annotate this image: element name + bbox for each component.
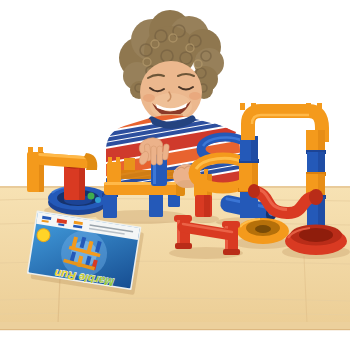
left-tower-column xyxy=(238,136,259,218)
teal-marble xyxy=(95,197,101,203)
marble-run-photo: Marble Run xyxy=(0,0,350,350)
right-cheek-blush xyxy=(189,92,201,100)
orange-funnel-bowl xyxy=(237,218,289,244)
photo-stage: Marble Run xyxy=(0,0,350,350)
green-marble xyxy=(88,193,95,200)
table-front-edge xyxy=(0,322,350,330)
face xyxy=(140,61,202,123)
back-orange-post xyxy=(124,158,135,172)
left-cheek-blush xyxy=(143,94,155,102)
front-orange-rail xyxy=(104,180,185,196)
right-tower-column xyxy=(306,130,326,229)
